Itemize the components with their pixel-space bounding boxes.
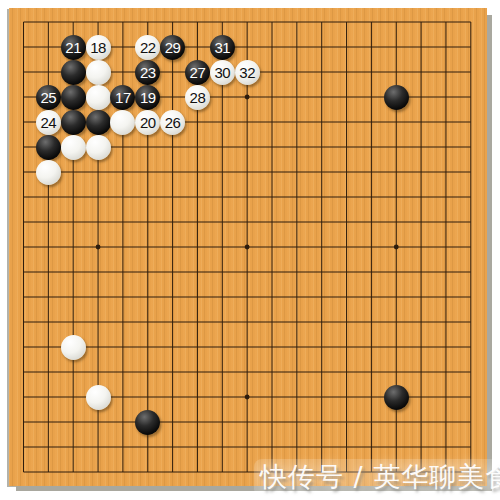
intersection xyxy=(334,85,359,110)
intersection xyxy=(210,335,235,360)
intersection xyxy=(110,285,135,310)
intersection xyxy=(384,360,409,385)
intersection xyxy=(61,235,86,260)
intersection xyxy=(458,260,483,285)
intersection xyxy=(284,110,309,135)
intersection xyxy=(458,235,483,260)
intersection xyxy=(135,310,160,335)
intersection xyxy=(259,435,284,460)
intersection xyxy=(384,435,409,460)
intersection xyxy=(433,35,458,60)
intersection xyxy=(433,135,458,160)
intersection xyxy=(110,160,135,185)
intersection xyxy=(36,185,61,210)
stone-B14 xyxy=(36,135,61,160)
intersection xyxy=(359,110,384,135)
intersection xyxy=(135,385,160,410)
intersection xyxy=(259,85,284,110)
intersection xyxy=(384,285,409,310)
intersection xyxy=(11,10,36,35)
intersection xyxy=(160,60,185,85)
move-number-label: 17 xyxy=(115,90,131,105)
intersection xyxy=(334,310,359,335)
go-board: 21182229312327303225171928242026 xyxy=(9,8,487,486)
intersection xyxy=(160,260,185,285)
intersection xyxy=(309,135,334,160)
intersection xyxy=(433,285,458,310)
intersection xyxy=(61,410,86,435)
intersection xyxy=(259,385,284,410)
intersection xyxy=(36,460,61,485)
intersection xyxy=(284,360,309,385)
move-number-label: 22 xyxy=(140,40,156,55)
intersection xyxy=(359,210,384,235)
intersection xyxy=(110,210,135,235)
intersection xyxy=(135,135,160,160)
intersection xyxy=(284,185,309,210)
intersection xyxy=(409,60,434,85)
intersection xyxy=(334,135,359,160)
intersection xyxy=(36,35,61,60)
intersection xyxy=(61,435,86,460)
intersection xyxy=(433,160,458,185)
intersection xyxy=(160,460,185,485)
intersection xyxy=(259,335,284,360)
intersection xyxy=(11,235,36,260)
intersection xyxy=(110,260,135,285)
intersection xyxy=(309,285,334,310)
intersection xyxy=(309,185,334,210)
intersection xyxy=(86,260,111,285)
intersection xyxy=(110,35,135,60)
intersection xyxy=(185,360,210,385)
intersection xyxy=(36,310,61,335)
intersection xyxy=(433,210,458,235)
stone-F17: 23 xyxy=(135,60,160,85)
intersection xyxy=(433,85,458,110)
intersection xyxy=(210,410,235,435)
move-number-label: 31 xyxy=(214,40,230,55)
intersection xyxy=(11,60,36,85)
stone-C16 xyxy=(61,85,86,110)
intersection xyxy=(210,310,235,335)
intersection xyxy=(160,385,185,410)
intersection xyxy=(409,435,434,460)
intersection xyxy=(458,410,483,435)
intersection xyxy=(61,360,86,385)
intersection xyxy=(36,235,61,260)
intersection xyxy=(259,135,284,160)
intersection xyxy=(235,185,260,210)
stone-H17: 27 xyxy=(185,60,210,85)
intersection xyxy=(409,110,434,135)
intersection xyxy=(284,335,309,360)
intersection xyxy=(409,385,434,410)
intersection xyxy=(61,285,86,310)
stone-F15: 20 xyxy=(135,110,160,135)
intersection xyxy=(135,235,160,260)
intersection xyxy=(160,435,185,460)
intersection xyxy=(185,135,210,160)
intersection xyxy=(334,10,359,35)
intersection xyxy=(458,60,483,85)
intersection xyxy=(284,35,309,60)
intersection xyxy=(61,160,86,185)
intersection xyxy=(11,110,36,135)
intersection xyxy=(185,385,210,410)
intersection xyxy=(359,235,384,260)
intersection xyxy=(160,335,185,360)
intersection xyxy=(359,60,384,85)
intersection xyxy=(160,85,185,110)
intersection xyxy=(11,85,36,110)
intersection xyxy=(359,135,384,160)
intersection xyxy=(409,360,434,385)
intersection xyxy=(11,210,36,235)
intersection xyxy=(135,360,160,385)
intersection xyxy=(433,360,458,385)
intersection xyxy=(235,235,260,260)
intersection xyxy=(284,160,309,185)
intersection xyxy=(235,285,260,310)
intersection xyxy=(210,385,235,410)
intersection xyxy=(235,260,260,285)
stone-D16 xyxy=(86,85,111,110)
intersection xyxy=(284,10,309,35)
intersection xyxy=(384,135,409,160)
intersection xyxy=(458,110,483,135)
intersection xyxy=(210,460,235,485)
intersection xyxy=(409,410,434,435)
stone-E15 xyxy=(110,110,135,135)
intersection xyxy=(11,285,36,310)
intersection xyxy=(11,335,36,360)
intersection xyxy=(309,310,334,335)
intersection xyxy=(433,235,458,260)
intersection xyxy=(458,35,483,60)
intersection xyxy=(458,335,483,360)
intersection xyxy=(259,60,284,85)
intersection xyxy=(185,410,210,435)
intersection xyxy=(210,160,235,185)
intersection xyxy=(235,210,260,235)
intersection xyxy=(259,185,284,210)
intersection xyxy=(433,435,458,460)
intersection xyxy=(210,435,235,460)
stone-G15: 26 xyxy=(160,110,185,135)
intersection xyxy=(61,10,86,35)
intersection xyxy=(160,360,185,385)
intersection xyxy=(160,410,185,435)
intersection xyxy=(61,185,86,210)
intersection xyxy=(11,410,36,435)
intersection xyxy=(284,435,309,460)
intersection xyxy=(284,385,309,410)
intersection xyxy=(458,210,483,235)
intersection xyxy=(359,260,384,285)
intersection xyxy=(359,285,384,310)
intersection xyxy=(11,160,36,185)
intersection xyxy=(11,360,36,385)
intersection xyxy=(458,160,483,185)
intersection xyxy=(284,260,309,285)
intersection xyxy=(135,10,160,35)
intersection xyxy=(359,435,384,460)
move-number-label: 18 xyxy=(90,40,106,55)
intersection xyxy=(334,110,359,135)
intersection xyxy=(36,335,61,360)
intersection xyxy=(458,135,483,160)
move-number-label: 23 xyxy=(140,65,156,80)
intersection xyxy=(409,235,434,260)
intersection xyxy=(185,210,210,235)
intersection xyxy=(135,185,160,210)
stone-B15: 24 xyxy=(36,110,61,135)
intersection xyxy=(359,360,384,385)
intersection xyxy=(86,185,111,210)
intersection xyxy=(458,85,483,110)
stone-B13 xyxy=(36,160,61,185)
intersection xyxy=(235,435,260,460)
intersection xyxy=(359,385,384,410)
move-number-label: 32 xyxy=(239,65,255,80)
intersection xyxy=(210,185,235,210)
intersection xyxy=(284,235,309,260)
intersection xyxy=(284,60,309,85)
intersection xyxy=(86,360,111,385)
intersection xyxy=(210,360,235,385)
intersection xyxy=(309,360,334,385)
intersection xyxy=(284,85,309,110)
intersection xyxy=(110,385,135,410)
intersection xyxy=(384,335,409,360)
intersection xyxy=(36,410,61,435)
intersection xyxy=(309,85,334,110)
intersection xyxy=(409,185,434,210)
intersection xyxy=(359,310,384,335)
intersection xyxy=(235,160,260,185)
intersection xyxy=(433,385,458,410)
intersection xyxy=(309,235,334,260)
stone-C17 xyxy=(61,60,86,85)
move-number-label: 28 xyxy=(190,90,206,105)
intersection xyxy=(11,385,36,410)
intersection xyxy=(359,185,384,210)
move-number-label: 27 xyxy=(190,65,206,80)
intersection xyxy=(458,385,483,410)
stone-Q16 xyxy=(384,85,409,110)
intersection xyxy=(384,235,409,260)
intersection xyxy=(36,210,61,235)
intersection xyxy=(433,110,458,135)
intersection xyxy=(36,285,61,310)
intersection xyxy=(409,260,434,285)
intersection xyxy=(384,410,409,435)
intersection xyxy=(210,135,235,160)
intersection xyxy=(61,310,86,335)
intersection xyxy=(384,10,409,35)
intersection xyxy=(11,435,36,460)
stone-F3 xyxy=(135,410,160,435)
intersection xyxy=(110,435,135,460)
intersection xyxy=(384,160,409,185)
intersection xyxy=(433,60,458,85)
intersection xyxy=(309,60,334,85)
stone-E16: 17 xyxy=(110,85,135,110)
intersection xyxy=(160,160,185,185)
intersection xyxy=(110,460,135,485)
move-number-label: 20 xyxy=(140,115,156,130)
intersection xyxy=(409,160,434,185)
stone-C14 xyxy=(61,135,86,160)
intersection xyxy=(235,385,260,410)
intersection xyxy=(86,285,111,310)
intersection xyxy=(86,160,111,185)
intersection xyxy=(284,310,309,335)
intersection xyxy=(160,235,185,260)
intersection xyxy=(86,460,111,485)
intersection xyxy=(61,210,86,235)
watermark: 快传号 / 英华聊美食 xyxy=(254,459,500,497)
intersection xyxy=(309,385,334,410)
intersection xyxy=(259,285,284,310)
intersection xyxy=(160,310,185,335)
intersection xyxy=(36,60,61,85)
intersection xyxy=(359,85,384,110)
intersection xyxy=(409,35,434,60)
intersection xyxy=(160,285,185,310)
intersection xyxy=(185,260,210,285)
intersection xyxy=(309,260,334,285)
intersection xyxy=(259,310,284,335)
intersection xyxy=(309,435,334,460)
intersection xyxy=(61,260,86,285)
intersection xyxy=(110,410,135,435)
intersection xyxy=(235,335,260,360)
stone-F18: 22 xyxy=(135,35,160,60)
intersection xyxy=(359,410,384,435)
intersection xyxy=(409,310,434,335)
intersection xyxy=(433,185,458,210)
intersection xyxy=(334,185,359,210)
intersection xyxy=(110,185,135,210)
intersection xyxy=(185,310,210,335)
intersection xyxy=(409,135,434,160)
intersection xyxy=(409,335,434,360)
intersection xyxy=(135,210,160,235)
intersection xyxy=(334,360,359,385)
intersection xyxy=(210,210,235,235)
stone-C15 xyxy=(61,110,86,135)
intersection xyxy=(284,135,309,160)
intersection xyxy=(210,85,235,110)
intersection xyxy=(259,110,284,135)
intersection xyxy=(36,260,61,285)
intersection xyxy=(359,335,384,360)
stone-K17: 32 xyxy=(235,60,260,85)
intersection xyxy=(235,310,260,335)
move-number-label: 26 xyxy=(165,115,181,130)
intersection xyxy=(433,260,458,285)
intersection xyxy=(334,435,359,460)
intersection xyxy=(135,460,160,485)
intersection xyxy=(259,410,284,435)
intersection xyxy=(160,10,185,35)
intersection xyxy=(409,210,434,235)
intersection xyxy=(309,10,334,35)
intersection xyxy=(11,460,36,485)
intersection xyxy=(11,260,36,285)
intersection xyxy=(458,185,483,210)
intersection xyxy=(61,460,86,485)
stone-C18: 21 xyxy=(61,35,86,60)
intersection xyxy=(409,285,434,310)
intersection xyxy=(433,410,458,435)
intersection xyxy=(309,160,334,185)
intersection xyxy=(359,10,384,35)
stone-Q4 xyxy=(384,385,409,410)
intersection xyxy=(458,310,483,335)
intersection xyxy=(185,10,210,35)
intersection xyxy=(86,310,111,335)
intersection xyxy=(384,310,409,335)
intersection xyxy=(259,35,284,60)
intersection xyxy=(185,285,210,310)
intersection xyxy=(36,10,61,35)
move-number-label: 24 xyxy=(41,115,57,130)
intersection xyxy=(235,410,260,435)
intersection xyxy=(409,85,434,110)
intersection xyxy=(334,385,359,410)
intersection xyxy=(185,335,210,360)
intersection xyxy=(235,35,260,60)
intersection xyxy=(309,335,334,360)
intersection xyxy=(61,385,86,410)
intersection xyxy=(210,110,235,135)
intersection xyxy=(284,410,309,435)
intersection xyxy=(433,335,458,360)
intersection xyxy=(185,160,210,185)
intersection xyxy=(36,385,61,410)
intersection xyxy=(86,235,111,260)
intersection xyxy=(210,235,235,260)
intersection xyxy=(110,235,135,260)
move-number-label: 29 xyxy=(165,40,181,55)
intersection xyxy=(334,35,359,60)
intersection xyxy=(86,435,111,460)
intersection xyxy=(210,285,235,310)
intersection xyxy=(458,360,483,385)
intersection xyxy=(259,260,284,285)
intersection xyxy=(11,185,36,210)
intersection xyxy=(458,285,483,310)
intersection xyxy=(36,360,61,385)
intersection xyxy=(110,10,135,35)
intersection xyxy=(458,435,483,460)
intersection xyxy=(334,235,359,260)
intersection xyxy=(334,285,359,310)
intersection xyxy=(334,60,359,85)
intersection xyxy=(86,410,111,435)
intersection xyxy=(160,135,185,160)
intersection xyxy=(334,210,359,235)
intersection xyxy=(11,135,36,160)
intersection xyxy=(334,160,359,185)
intersection xyxy=(433,10,458,35)
intersection xyxy=(384,110,409,135)
intersection xyxy=(334,260,359,285)
intersection xyxy=(433,310,458,335)
